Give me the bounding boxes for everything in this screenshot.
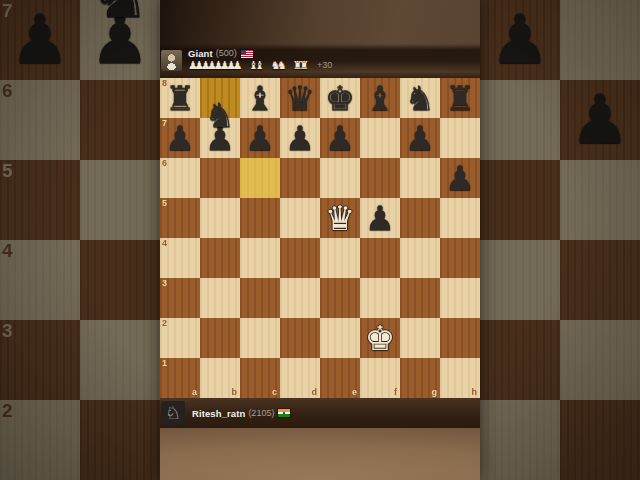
square-e1[interactable]: e [320,358,360,398]
black-pawn: ♟ [480,0,560,80]
square-b6[interactable] [200,158,240,198]
square-h7[interactable] [440,118,480,158]
white-king[interactable]: ♚ [360,318,400,358]
bg-square-h4 [560,240,640,320]
rank-label-6: 6 [162,158,167,168]
bg-square-b2 [80,400,160,480]
bg-square-g7: ♟ [480,0,560,80]
square-b4[interactable] [200,238,240,278]
black-pawn[interactable]: ♟ [400,118,440,158]
bg-square-a4: 4 [0,240,80,320]
captured-bishops-icon: ♝♝ [248,60,264,71]
file-label-f: f [394,388,397,397]
square-f2[interactable]: ♚ [360,318,400,358]
square-f3[interactable] [360,278,400,318]
black-bishop[interactable]: ♝ [240,78,280,118]
bg-square-h2 [560,400,640,480]
video-frame: 8♜♞♝♛♚♝♞♜7♟♟♟♟♟♟6♟5♛♟432♚1abcdefgh Giant… [0,0,640,480]
square-f5[interactable]: ♟ [360,198,400,238]
square-b2[interactable] [200,318,240,358]
bg-square-g2 [480,400,560,480]
rank-label-6: 6 [2,80,13,102]
square-d1[interactable]: d [280,358,320,398]
black-knight[interactable]: ♞ [400,78,440,118]
square-h6[interactable]: ♟ [440,158,480,198]
black-bishop[interactable]: ♝ [360,78,400,118]
square-d4[interactable] [280,238,320,278]
square-e4[interactable] [320,238,360,278]
square-g7[interactable]: ♟ [400,118,440,158]
file-label-c: c [272,388,277,397]
square-c1[interactable]: c [240,358,280,398]
bg-square-b4 [80,240,160,320]
rank-label-3: 3 [2,320,13,342]
bg-square-a2: 2 [0,400,80,480]
square-e2[interactable] [320,318,360,358]
rank-label-4: 4 [2,240,13,262]
player-top-name: Giant [188,49,213,59]
bg-square-a7: 7♟ [0,0,80,80]
file-label-a: a [192,388,197,397]
india-flag-icon [278,409,290,417]
black-queen[interactable]: ♛ [280,78,320,118]
square-f6[interactable] [360,158,400,198]
square-c6[interactable] [240,158,280,198]
square-a1[interactable]: 1a [160,358,200,398]
square-c7[interactable]: ♟ [240,118,280,158]
rank-label-5: 5 [2,160,13,182]
black-pawn[interactable]: ♟ [440,158,480,198]
square-a8[interactable]: 8♜ [160,78,200,118]
bg-square-g4 [480,240,560,320]
chess-board: 8♜♞♝♛♚♝♞♜7♟♟♟♟♟♟6♟5♛♟432♚1abcdefgh [160,78,480,398]
game-panel: Giant (500) ♟♟♟♟♟♟♟♟ ♝♝ ♞♞ ♜♜ +30 8♜♞♝♛♚… [160,0,480,480]
square-a2[interactable]: 2 [160,318,200,358]
square-g6[interactable] [400,158,440,198]
file-label-e: e [352,388,357,397]
black-king[interactable]: ♚ [320,78,360,118]
bg-square-g6 [480,80,560,160]
black-rook[interactable]: ♜ [440,78,480,118]
player-bottom-avatar[interactable]: ♘ [161,401,185,425]
square-f4[interactable] [360,238,400,278]
square-c8[interactable]: ♝ [240,78,280,118]
us-flag-icon [241,50,253,58]
square-h1[interactable]: h [440,358,480,398]
square-d8[interactable]: ♛ [280,78,320,118]
bg-square-b6 [80,80,160,160]
square-b1[interactable]: b [200,358,240,398]
black-knight[interactable]: ♞ [200,95,240,135]
white-queen[interactable]: ♛ [320,198,360,238]
file-label-g: g [432,388,438,397]
square-g3[interactable] [400,278,440,318]
rank-label-4: 4 [162,238,167,248]
bg-square-g5 [480,160,560,240]
bg-square-a3: 3 [0,320,80,400]
square-a3[interactable]: 3 [160,278,200,318]
square-g5[interactable] [400,198,440,238]
rank-label-1: 1 [162,358,167,368]
square-g4[interactable] [400,238,440,278]
bg-square-h3 [560,320,640,400]
black-pawn[interactable]: ♟ [160,118,200,158]
square-e6[interactable] [320,158,360,198]
player-top-info: Giant (500) ♟♟♟♟♟♟♟♟ ♝♝ ♞♞ ♜♜ +30 [188,49,332,71]
square-h4[interactable] [440,238,480,278]
square-a4[interactable]: 4 [160,238,200,278]
square-d5[interactable] [280,198,320,238]
black-pawn: ♟ [560,80,640,160]
player-top-avatar[interactable] [161,50,182,71]
square-b8[interactable]: ♞ [200,78,240,118]
bg-square-b7: ♟ [80,0,160,80]
player-bottom-rating: (2105) [248,408,274,418]
square-e8[interactable]: ♚ [320,78,360,118]
file-label-h: h [472,388,478,397]
bg-square-a5: 5 [0,160,80,240]
square-e7[interactable]: ♟ [320,118,360,158]
bg-square-h6: ♟ [560,80,640,160]
material-advantage: +30 [317,61,332,71]
square-e5[interactable]: ♛ [320,198,360,238]
captured-pawns-icon: ♟♟♟♟♟♟♟♟ [188,60,242,71]
player-top-rating: (500) [216,49,237,59]
square-g2[interactable] [400,318,440,358]
square-h8[interactable]: ♜ [440,78,480,118]
black-pawn: ♟ [0,0,80,80]
captured-rooks-icon: ♜♜ [293,60,309,71]
player-bottom-name: Ritesh_ratn [192,408,245,419]
square-h3[interactable] [440,278,480,318]
player-bar-bottom[interactable]: ♘ Ritesh_ratn (2105) [160,398,480,428]
black-rook[interactable]: ♜ [160,78,200,118]
player-bar-top[interactable]: Giant (500) ♟♟♟♟♟♟♟♟ ♝♝ ♞♞ ♜♜ +30 [160,44,480,78]
square-f8[interactable]: ♝ [360,78,400,118]
bg-square-h5 [560,160,640,240]
rank-label-3: 3 [162,278,167,288]
square-d6[interactable] [280,158,320,198]
square-a5[interactable]: 5 [160,198,200,238]
bg-square-b3 [80,320,160,400]
square-f1[interactable]: f [360,358,400,398]
black-pawn[interactable]: ♟ [280,118,320,158]
square-a6[interactable]: 6 [160,158,200,198]
top-backdrop: Giant (500) ♟♟♟♟♟♟♟♟ ♝♝ ♞♞ ♜♜ +30 [160,0,480,78]
bg-square-h7 [560,0,640,80]
square-b5[interactable] [200,198,240,238]
captured-knights-icon: ♞♞ [271,60,287,71]
rank-label-2: 2 [162,318,167,328]
square-h5[interactable] [440,198,480,238]
square-h2[interactable] [440,318,480,358]
black-knight: ♞ [80,0,160,34]
bg-square-b5 [80,160,160,240]
black-pawn: ♟ [80,0,160,80]
black-pawn[interactable]: ♟ [240,118,280,158]
square-g8[interactable]: ♞ [400,78,440,118]
square-c5[interactable] [240,198,280,238]
square-e3[interactable] [320,278,360,318]
black-pawn[interactable]: ♟ [360,198,400,238]
square-c3[interactable] [240,278,280,318]
square-d2[interactable] [280,318,320,358]
file-label-d: d [312,388,318,397]
square-d3[interactable] [280,278,320,318]
captured-pieces-row: ♟♟♟♟♟♟♟♟ ♝♝ ♞♞ ♜♜ +30 [188,60,332,71]
square-c2[interactable] [240,318,280,358]
file-label-b: b [232,388,238,397]
bg-square-g3 [480,320,560,400]
rank-label-5: 5 [162,198,167,208]
square-a7[interactable]: 7♟ [160,118,200,158]
bottom-backdrop [160,428,480,480]
rank-label-7: 7 [2,0,13,22]
square-d7[interactable]: ♟ [280,118,320,158]
knight-avatar-icon: ♘ [165,404,181,422]
black-pawn[interactable]: ♟ [320,118,360,158]
square-b3[interactable] [200,278,240,318]
square-g1[interactable]: g [400,358,440,398]
rank-label-2: 2 [2,400,13,422]
square-c4[interactable] [240,238,280,278]
square-f7[interactable] [360,118,400,158]
bg-square-a6: 6 [0,80,80,160]
